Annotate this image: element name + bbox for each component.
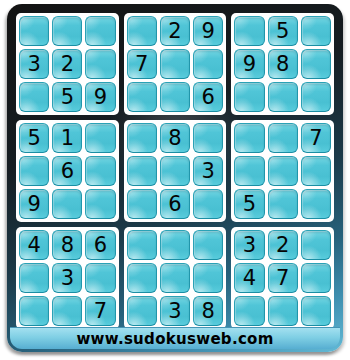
cell-r8c4[interactable] [127, 263, 157, 293]
cell-r8c3[interactable] [85, 263, 115, 293]
cell-r2c8[interactable]: 8 [268, 49, 298, 79]
cell-r5c9[interactable] [301, 156, 331, 186]
cell-r3c7[interactable] [234, 82, 264, 112]
cell-r8c5[interactable] [160, 263, 190, 293]
cell-r7c5[interactable] [160, 230, 190, 260]
cell-r5c3[interactable] [85, 156, 115, 186]
box-2-3: 75 [231, 120, 334, 222]
cell-r4c5[interactable]: 8 [160, 123, 190, 153]
cell-r9c5[interactable]: 3 [160, 296, 190, 326]
cell-r9c3[interactable]: 7 [85, 296, 115, 326]
cell-r2c5[interactable] [160, 49, 190, 79]
cell-r1c6[interactable]: 9 [193, 16, 223, 46]
cell-r4c9[interactable]: 7 [301, 123, 331, 153]
box-1-3: 598 [231, 13, 334, 115]
box-3-2: 38 [124, 227, 227, 329]
cell-r1c7[interactable] [234, 16, 264, 46]
box-2-1: 5169 [16, 120, 119, 222]
cell-r7c4[interactable] [127, 230, 157, 260]
cell-r7c8[interactable]: 2 [268, 230, 298, 260]
cell-r8c2[interactable]: 3 [52, 263, 82, 293]
cell-r4c1[interactable]: 5 [19, 123, 49, 153]
cell-r9c6[interactable]: 8 [193, 296, 223, 326]
cell-r1c2[interactable] [52, 16, 82, 46]
cell-r6c8[interactable] [268, 189, 298, 219]
cell-r5c2[interactable]: 6 [52, 156, 82, 186]
cell-r5c8[interactable] [268, 156, 298, 186]
cell-r5c7[interactable] [234, 156, 264, 186]
box-1-2: 2976 [124, 13, 227, 115]
cell-r4c6[interactable] [193, 123, 223, 153]
sudoku-page: 3259297659851698367548637383247 www.sudo… [0, 0, 350, 360]
cell-r3c3[interactable]: 9 [85, 82, 115, 112]
cell-r8c9[interactable] [301, 263, 331, 293]
cell-r2c4[interactable]: 7 [127, 49, 157, 79]
cell-r2c3[interactable] [85, 49, 115, 79]
cell-r1c4[interactable] [127, 16, 157, 46]
cell-r3c1[interactable] [19, 82, 49, 112]
cell-r7c2[interactable]: 8 [52, 230, 82, 260]
cell-r5c5[interactable] [160, 156, 190, 186]
cell-r3c6[interactable]: 6 [193, 82, 223, 112]
cell-r6c3[interactable] [85, 189, 115, 219]
cell-r6c2[interactable] [52, 189, 82, 219]
cell-r7c6[interactable] [193, 230, 223, 260]
cell-r1c8[interactable]: 5 [268, 16, 298, 46]
cell-r3c8[interactable] [268, 82, 298, 112]
box-3-3: 3247 [231, 227, 334, 329]
cell-r9c8[interactable] [268, 296, 298, 326]
cell-r4c3[interactable] [85, 123, 115, 153]
cell-r1c9[interactable] [301, 16, 331, 46]
cell-r3c9[interactable] [301, 82, 331, 112]
box-3-1: 48637 [16, 227, 119, 329]
cell-r2c1[interactable]: 3 [19, 49, 49, 79]
cell-r6c4[interactable] [127, 189, 157, 219]
cell-r6c6[interactable] [193, 189, 223, 219]
cell-r2c2[interactable]: 2 [52, 49, 82, 79]
sudoku-grid: 3259297659851698367548637383247 [16, 13, 334, 329]
cell-r6c5[interactable]: 6 [160, 189, 190, 219]
cell-r7c7[interactable]: 3 [234, 230, 264, 260]
cell-r4c2[interactable]: 1 [52, 123, 82, 153]
cell-r4c8[interactable] [268, 123, 298, 153]
footer-bar: www.sudokusweb.com [10, 327, 340, 349]
cell-r6c1[interactable]: 9 [19, 189, 49, 219]
cell-r3c5[interactable] [160, 82, 190, 112]
cell-r5c6[interactable]: 3 [193, 156, 223, 186]
cell-r6c7[interactable]: 5 [234, 189, 264, 219]
cell-r9c1[interactable] [19, 296, 49, 326]
cell-r9c7[interactable] [234, 296, 264, 326]
cell-r9c9[interactable] [301, 296, 331, 326]
sudoku-board: 3259297659851698367548637383247 www.sudo… [7, 4, 343, 352]
cell-r1c5[interactable]: 2 [160, 16, 190, 46]
cell-r5c4[interactable] [127, 156, 157, 186]
cell-r5c1[interactable] [19, 156, 49, 186]
cell-r9c4[interactable] [127, 296, 157, 326]
cell-r1c3[interactable] [85, 16, 115, 46]
cell-r2c9[interactable] [301, 49, 331, 79]
box-2-2: 836 [124, 120, 227, 222]
cell-r4c4[interactable] [127, 123, 157, 153]
cell-r4c7[interactable] [234, 123, 264, 153]
cell-r9c2[interactable] [52, 296, 82, 326]
cell-r7c3[interactable]: 6 [85, 230, 115, 260]
cell-r3c2[interactable]: 5 [52, 82, 82, 112]
cell-r3c4[interactable] [127, 82, 157, 112]
cell-r6c9[interactable] [301, 189, 331, 219]
cell-r2c7[interactable]: 9 [234, 49, 264, 79]
box-1-1: 3259 [16, 13, 119, 115]
cell-r7c9[interactable] [301, 230, 331, 260]
website-url: www.sudokusweb.com [76, 330, 273, 348]
cell-r1c1[interactable] [19, 16, 49, 46]
cell-r8c6[interactable] [193, 263, 223, 293]
cell-r8c8[interactable]: 7 [268, 263, 298, 293]
cell-r2c6[interactable] [193, 49, 223, 79]
cell-r7c1[interactable]: 4 [19, 230, 49, 260]
cell-r8c1[interactable] [19, 263, 49, 293]
cell-r8c7[interactable]: 4 [234, 263, 264, 293]
